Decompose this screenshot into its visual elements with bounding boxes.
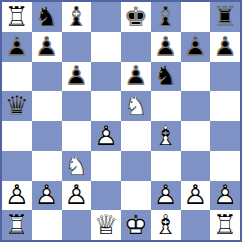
square-g2[interactable]: ♟♙ — [181, 181, 211, 211]
square-c5[interactable] — [62, 91, 92, 121]
black-pawn-f7[interactable]: ♟♙ — [151, 32, 181, 62]
piece-fill-glyph: ♜ — [2, 211, 32, 238]
piece-outline-glyph: ♖ — [2, 3, 32, 30]
piece-fill-glyph: ♜ — [2, 3, 32, 30]
square-b6[interactable] — [32, 62, 62, 92]
square-g8[interactable] — [181, 2, 211, 32]
white-rook-h1[interactable]: ♜♖ — [210, 210, 240, 240]
piece-outline-glyph: ♕ — [91, 211, 121, 238]
piece-fill-glyph: ♟ — [210, 181, 240, 208]
piece-outline-glyph: ♙ — [121, 62, 151, 89]
black-bishop-c8[interactable]: ♝♗ — [62, 2, 92, 32]
white-pawn-b2[interactable]: ♟♙ — [32, 181, 62, 211]
square-f6[interactable]: ♞♘ — [151, 62, 181, 92]
piece-fill-glyph: ♟ — [151, 32, 181, 59]
piece-outline-glyph: ♗ — [151, 122, 181, 149]
square-c2[interactable]: ♟♙ — [62, 181, 92, 211]
piece-outline-glyph: ♖ — [210, 3, 240, 30]
white-pawn-f2[interactable]: ♟♙ — [151, 181, 181, 211]
piece-outline-glyph: ♙ — [2, 181, 32, 208]
piece-outline-glyph: ♗ — [151, 3, 181, 30]
piece-outline-glyph: ♔ — [121, 211, 151, 238]
black-pawn-b7[interactable]: ♟♙ — [32, 32, 62, 62]
square-c6[interactable]: ♟♙ — [62, 62, 92, 92]
white-pawn-c2[interactable]: ♟♙ — [62, 181, 92, 211]
piece-fill-glyph: ♟ — [2, 181, 32, 208]
square-g5[interactable] — [181, 91, 211, 121]
white-pawn-h2[interactable]: ♟♙ — [210, 181, 240, 211]
square-c4[interactable] — [62, 121, 92, 151]
piece-fill-glyph: ♟ — [151, 181, 181, 208]
black-bishop-f8[interactable]: ♝♗ — [151, 2, 181, 32]
square-f3[interactable] — [151, 151, 181, 181]
piece-outline-glyph: ♙ — [181, 181, 211, 208]
square-g3[interactable] — [181, 151, 211, 181]
piece-outline-glyph: ♙ — [2, 32, 32, 59]
square-a2[interactable]: ♟♙ — [2, 181, 32, 211]
square-f2[interactable]: ♟♙ — [151, 181, 181, 211]
square-b3[interactable] — [32, 151, 62, 181]
white-rook-a1[interactable]: ♜♖ — [2, 210, 32, 240]
piece-outline-glyph: ♙ — [62, 62, 92, 89]
piece-outline-glyph: ♘ — [151, 62, 181, 89]
black-pawn-a7[interactable]: ♟♙ — [2, 32, 32, 62]
square-f5[interactable] — [151, 91, 181, 121]
square-c3[interactable]: ♞♘ — [62, 151, 92, 181]
piece-outline-glyph: ♘ — [121, 92, 151, 119]
square-a3[interactable] — [2, 151, 32, 181]
square-e5[interactable]: ♞♘ — [121, 91, 151, 121]
piece-outline-glyph: ♙ — [91, 122, 121, 149]
square-f1[interactable]: ♝♗ — [151, 210, 181, 240]
piece-fill-glyph: ♝ — [151, 3, 181, 30]
piece-fill-glyph: ♞ — [32, 3, 62, 30]
piece-fill-glyph: ♝ — [151, 211, 181, 238]
white-pawn-g2[interactable]: ♟♙ — [181, 181, 211, 211]
square-b7[interactable]: ♟♙ — [32, 32, 62, 62]
square-g1[interactable] — [181, 210, 211, 240]
square-f4[interactable]: ♝♗ — [151, 121, 181, 151]
piece-fill-glyph: ♟ — [181, 32, 211, 59]
piece-outline-glyph: ♔ — [121, 3, 151, 30]
piece-fill-glyph: ♟ — [121, 62, 151, 89]
piece-outline-glyph: ♗ — [151, 211, 181, 238]
square-h2[interactable]: ♟♙ — [210, 181, 240, 211]
black-queen-a5[interactable]: ♛♕ — [2, 91, 32, 121]
square-d7[interactable] — [91, 32, 121, 62]
black-pawn-h7[interactable]: ♟♙ — [210, 32, 240, 62]
square-a4[interactable] — [2, 121, 32, 151]
piece-fill-glyph: ♟ — [91, 122, 121, 149]
square-d3[interactable] — [91, 151, 121, 181]
piece-fill-glyph: ♜ — [210, 211, 240, 238]
square-f7[interactable]: ♟♙ — [151, 32, 181, 62]
square-c8[interactable]: ♝♗ — [62, 2, 92, 32]
white-pawn-d4[interactable]: ♟♙ — [91, 121, 121, 151]
white-king-e1[interactable]: ♚♔ — [121, 210, 151, 240]
piece-fill-glyph: ♟ — [32, 181, 62, 208]
square-h8[interactable]: ♜♖ — [210, 2, 240, 32]
piece-fill-glyph: ♛ — [2, 92, 32, 119]
square-b1[interactable] — [32, 210, 62, 240]
square-d8[interactable] — [91, 2, 121, 32]
piece-fill-glyph: ♞ — [62, 151, 92, 178]
square-e8[interactable]: ♚♔ — [121, 2, 151, 32]
piece-outline-glyph: ♗ — [62, 3, 92, 30]
piece-outline-glyph: ♕ — [2, 92, 32, 119]
square-a7[interactable]: ♟♙ — [2, 32, 32, 62]
black-king-e8[interactable]: ♚♔ — [121, 2, 151, 32]
piece-fill-glyph: ♝ — [151, 122, 181, 149]
piece-fill-glyph: ♛ — [91, 211, 121, 238]
square-b8[interactable]: ♞♘ — [32, 2, 62, 32]
square-h6[interactable] — [210, 62, 240, 92]
square-e1[interactable]: ♚♔ — [121, 210, 151, 240]
chess-board: ♜♖♞♘♝♗♚♔♝♗♜♖♟♙♟♙♟♙♟♙♟♙♟♙♟♙♞♘♛♕♞♘♟♙♝♗♞♘♟♙… — [0, 0, 242, 242]
square-a8[interactable]: ♜♖ — [2, 2, 32, 32]
black-rook-h8[interactable]: ♜♖ — [210, 2, 240, 32]
square-a1[interactable]: ♜♖ — [2, 210, 32, 240]
piece-fill-glyph: ♜ — [210, 3, 240, 30]
white-knight-c3[interactable]: ♞♘ — [62, 151, 92, 181]
square-h5[interactable] — [210, 91, 240, 121]
piece-outline-glyph: ♘ — [62, 151, 92, 178]
white-bishop-f4[interactable]: ♝♗ — [151, 121, 181, 151]
piece-fill-glyph: ♟ — [2, 32, 32, 59]
square-e2[interactable] — [121, 181, 151, 211]
piece-fill-glyph: ♚ — [121, 211, 151, 238]
square-h7[interactable]: ♟♙ — [210, 32, 240, 62]
piece-fill-glyph: ♟ — [32, 32, 62, 59]
square-e6[interactable]: ♟♙ — [121, 62, 151, 92]
black-knight-f6[interactable]: ♞♘ — [151, 62, 181, 92]
square-g6[interactable] — [181, 62, 211, 92]
piece-outline-glyph: ♙ — [210, 181, 240, 208]
piece-fill-glyph: ♝ — [62, 3, 92, 30]
piece-fill-glyph: ♚ — [121, 3, 151, 30]
square-d5[interactable] — [91, 91, 121, 121]
square-c1[interactable] — [62, 210, 92, 240]
white-pawn-a2[interactable]: ♟♙ — [2, 181, 32, 211]
piece-outline-glyph: ♙ — [32, 32, 62, 59]
square-d2[interactable] — [91, 181, 121, 211]
square-d6[interactable] — [91, 62, 121, 92]
square-h4[interactable] — [210, 121, 240, 151]
white-rook-a8[interactable]: ♜♖ — [2, 2, 32, 32]
square-d4[interactable]: ♟♙ — [91, 121, 121, 151]
square-g4[interactable] — [181, 121, 211, 151]
black-pawn-g7[interactable]: ♟♙ — [181, 32, 211, 62]
piece-outline-glyph: ♙ — [62, 181, 92, 208]
white-queen-d1[interactable]: ♛♕ — [91, 210, 121, 240]
square-e3[interactable] — [121, 151, 151, 181]
piece-fill-glyph: ♟ — [62, 181, 92, 208]
square-a5[interactable]: ♛♕ — [2, 91, 32, 121]
square-e4[interactable] — [121, 121, 151, 151]
piece-outline-glyph: ♙ — [181, 32, 211, 59]
black-pawn-e6[interactable]: ♟♙ — [121, 62, 151, 92]
piece-fill-glyph: ♟ — [181, 181, 211, 208]
piece-fill-glyph: ♞ — [151, 62, 181, 89]
black-pawn-c6[interactable]: ♟♙ — [62, 62, 92, 92]
square-c7[interactable] — [62, 32, 92, 62]
square-e7[interactable] — [121, 32, 151, 62]
piece-outline-glyph: ♙ — [32, 181, 62, 208]
piece-outline-glyph: ♖ — [210, 211, 240, 238]
square-h3[interactable] — [210, 151, 240, 181]
piece-outline-glyph: ♙ — [151, 32, 181, 59]
piece-fill-glyph: ♞ — [121, 92, 151, 119]
piece-outline-glyph: ♘ — [32, 3, 62, 30]
square-g7[interactable]: ♟♙ — [181, 32, 211, 62]
piece-outline-glyph: ♙ — [210, 32, 240, 59]
white-bishop-f1[interactable]: ♝♗ — [151, 210, 181, 240]
piece-outline-glyph: ♖ — [2, 211, 32, 238]
square-h1[interactable]: ♜♖ — [210, 210, 240, 240]
white-knight-e5[interactable]: ♞♘ — [121, 91, 151, 121]
square-b2[interactable]: ♟♙ — [32, 181, 62, 211]
black-knight-b8[interactable]: ♞♘ — [32, 2, 62, 32]
square-b5[interactable] — [32, 91, 62, 121]
square-f8[interactable]: ♝♗ — [151, 2, 181, 32]
piece-outline-glyph: ♙ — [151, 181, 181, 208]
square-b4[interactable] — [32, 121, 62, 151]
square-a6[interactable] — [2, 62, 32, 92]
square-d1[interactable]: ♛♕ — [91, 210, 121, 240]
piece-fill-glyph: ♟ — [62, 62, 92, 89]
piece-fill-glyph: ♟ — [210, 32, 240, 59]
